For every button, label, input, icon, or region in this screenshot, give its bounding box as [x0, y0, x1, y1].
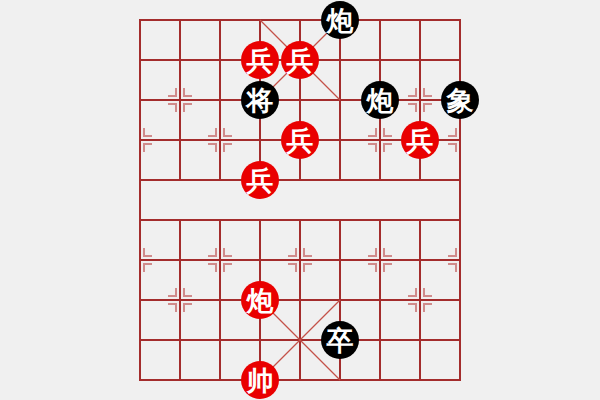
- piece-black-cannon[interactable]: 炮: [361, 81, 399, 119]
- piece-black-cannon[interactable]: 炮: [321, 1, 359, 39]
- pieces-layer: 炮兵兵将炮象兵兵兵炮卒帅: [120, 0, 480, 400]
- piece-red-soldier[interactable]: 兵: [401, 121, 439, 159]
- piece-red-general[interactable]: 帅: [241, 361, 279, 399]
- piece-black-soldier[interactable]: 卒: [321, 321, 359, 359]
- piece-red-cannon[interactable]: 炮: [241, 281, 279, 319]
- piece-red-soldier[interactable]: 兵: [281, 121, 319, 159]
- piece-black-elephant[interactable]: 象: [441, 81, 479, 119]
- piece-red-soldier[interactable]: 兵: [281, 41, 319, 79]
- piece-black-general[interactable]: 将: [241, 81, 279, 119]
- xiangqi-board: 炮兵兵将炮象兵兵兵炮卒帅: [0, 0, 600, 400]
- piece-red-soldier[interactable]: 兵: [241, 161, 279, 199]
- piece-red-soldier[interactable]: 兵: [241, 41, 279, 79]
